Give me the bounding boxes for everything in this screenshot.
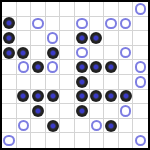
cell-r8c5[interactable] xyxy=(75,119,90,134)
white-pearl xyxy=(32,18,44,30)
cell-r0c4[interactable] xyxy=(60,2,75,17)
black-pearl xyxy=(3,47,15,59)
black-pearl xyxy=(76,90,88,102)
cell-r9c9[interactable] xyxy=(133,133,148,148)
cell-r4c0[interactable] xyxy=(2,60,17,75)
cell-r0c1[interactable] xyxy=(17,2,32,17)
cell-r9c3[interactable] xyxy=(46,133,61,148)
cell-r5c2[interactable] xyxy=(31,75,46,90)
cell-r7c9[interactable] xyxy=(133,104,148,119)
cell-r4c6[interactable] xyxy=(90,60,105,75)
cell-r8c3[interactable] xyxy=(46,119,61,134)
cell-r6c8[interactable] xyxy=(119,90,134,105)
black-pearl xyxy=(76,61,88,73)
cell-r0c5[interactable] xyxy=(75,2,90,17)
white-pearl xyxy=(76,18,88,30)
cell-r3c2[interactable] xyxy=(31,46,46,61)
cell-r0c7[interactable] xyxy=(104,2,119,17)
cell-r1c6[interactable] xyxy=(90,17,105,32)
cell-r9c1[interactable] xyxy=(17,133,32,148)
cell-r4c5[interactable] xyxy=(75,60,90,75)
cell-r8c0[interactable] xyxy=(2,119,17,134)
black-pearl xyxy=(76,32,88,44)
black-pearl xyxy=(120,90,132,102)
cell-r2c8[interactable] xyxy=(119,31,134,46)
cell-r7c8[interactable] xyxy=(119,104,134,119)
black-pearl xyxy=(17,90,29,102)
cell-r5c1[interactable] xyxy=(17,75,32,90)
cell-r2c0[interactable] xyxy=(2,31,17,46)
cell-r9c4[interactable] xyxy=(60,133,75,148)
cell-r6c7[interactable] xyxy=(104,90,119,105)
black-pearl xyxy=(47,120,59,132)
black-pearl xyxy=(32,61,44,73)
cell-r6c3[interactable] xyxy=(46,90,61,105)
black-pearl xyxy=(90,90,102,102)
black-pearl xyxy=(90,61,102,73)
cell-r5c7[interactable] xyxy=(104,75,119,90)
cell-r0c3[interactable] xyxy=(46,2,61,17)
cell-r2c7[interactable] xyxy=(104,31,119,46)
cell-r7c4[interactable] xyxy=(60,104,75,119)
cell-r4c7[interactable] xyxy=(104,60,119,75)
cell-r8c6[interactable] xyxy=(90,119,105,134)
black-pearl xyxy=(32,105,44,117)
black-pearl xyxy=(76,76,88,88)
cell-r2c1[interactable] xyxy=(17,31,32,46)
cell-r1c9[interactable] xyxy=(133,17,148,32)
cell-r2c3[interactable] xyxy=(46,31,61,46)
black-pearl xyxy=(90,32,102,44)
cell-r6c0[interactable] xyxy=(2,90,17,105)
cell-r4c9[interactable] xyxy=(133,60,148,75)
cell-r4c8[interactable] xyxy=(119,60,134,75)
white-pearl xyxy=(18,120,30,132)
cell-r7c7[interactable] xyxy=(104,104,119,119)
cell-r4c2[interactable] xyxy=(31,60,46,75)
black-pearl xyxy=(76,105,88,117)
cell-r6c6[interactable] xyxy=(90,90,105,105)
white-pearl xyxy=(3,135,15,147)
cell-r1c5[interactable] xyxy=(75,17,90,32)
cell-r6c4[interactable] xyxy=(60,90,75,105)
cell-r3c6[interactable] xyxy=(90,46,105,61)
cell-r7c6[interactable] xyxy=(90,104,105,119)
cell-r9c5[interactable] xyxy=(75,133,90,148)
white-pearl xyxy=(76,47,88,59)
cell-r7c1[interactable] xyxy=(17,104,32,119)
black-pearl xyxy=(17,47,29,59)
cell-r1c8[interactable] xyxy=(119,17,134,32)
cell-r3c4[interactable] xyxy=(60,46,75,61)
white-pearl xyxy=(135,3,147,15)
white-pearl xyxy=(120,18,132,30)
black-pearl xyxy=(105,90,117,102)
cell-r0c0[interactable] xyxy=(2,2,17,17)
black-pearl xyxy=(3,17,15,29)
cell-r3c7[interactable] xyxy=(104,46,119,61)
cell-r6c9[interactable] xyxy=(133,90,148,105)
cell-r1c7[interactable] xyxy=(104,17,119,32)
white-pearl xyxy=(120,105,132,117)
cell-r9c0[interactable] xyxy=(2,133,17,148)
black-pearl xyxy=(47,47,59,59)
black-pearl xyxy=(105,61,117,73)
cell-r9c7[interactable] xyxy=(104,133,119,148)
white-pearl xyxy=(47,32,59,44)
cell-r5c4[interactable] xyxy=(60,75,75,90)
cell-r9c2[interactable] xyxy=(31,133,46,148)
cell-r2c9[interactable] xyxy=(133,31,148,46)
black-pearl xyxy=(3,32,15,44)
cell-r5c6[interactable] xyxy=(90,75,105,90)
cell-r3c9[interactable] xyxy=(133,46,148,61)
cell-r2c2[interactable] xyxy=(31,31,46,46)
cell-r5c3[interactable] xyxy=(46,75,61,90)
cell-r8c8[interactable] xyxy=(119,119,134,134)
black-pearl xyxy=(32,90,44,102)
cell-r4c4[interactable] xyxy=(60,60,75,75)
cell-r1c4[interactable] xyxy=(60,17,75,32)
cell-r7c5[interactable] xyxy=(75,104,90,119)
cell-r4c3[interactable] xyxy=(46,60,61,75)
cell-r3c5[interactable] xyxy=(75,46,90,61)
cell-r1c3[interactable] xyxy=(46,17,61,32)
cell-r1c2[interactable] xyxy=(31,17,46,32)
cell-r8c9[interactable] xyxy=(133,119,148,134)
cell-r0c8[interactable] xyxy=(119,2,134,17)
cell-r7c2[interactable] xyxy=(31,104,46,119)
cell-r2c6[interactable] xyxy=(90,31,105,46)
cell-r3c1[interactable] xyxy=(17,46,32,61)
white-pearl xyxy=(135,61,147,73)
cell-r5c8[interactable] xyxy=(119,75,134,90)
white-pearl xyxy=(135,135,147,147)
cell-r9c6[interactable] xyxy=(90,133,105,148)
cell-r8c7[interactable] xyxy=(104,119,119,134)
cell-r0c9[interactable] xyxy=(133,2,148,17)
cell-r8c1[interactable] xyxy=(17,119,32,134)
cell-r9c8[interactable] xyxy=(119,133,134,148)
black-pearl xyxy=(47,90,59,102)
puzzle-board xyxy=(0,0,150,150)
cell-r0c2[interactable] xyxy=(31,2,46,17)
cell-r3c0[interactable] xyxy=(2,46,17,61)
cell-r4c1[interactable] xyxy=(17,60,32,75)
cell-r3c8[interactable] xyxy=(119,46,134,61)
cell-r2c5[interactable] xyxy=(75,31,90,46)
cell-r5c9[interactable] xyxy=(133,75,148,90)
cell-r5c5[interactable] xyxy=(75,75,90,90)
cell-r7c3[interactable] xyxy=(46,104,61,119)
white-pearl xyxy=(120,47,132,59)
black-pearl xyxy=(105,120,117,132)
cell-r1c0[interactable] xyxy=(2,17,17,32)
cell-r7c0[interactable] xyxy=(2,104,17,119)
white-pearl xyxy=(135,76,147,88)
white-pearl xyxy=(91,120,103,132)
cell-r6c5[interactable] xyxy=(75,90,90,105)
white-pearl xyxy=(105,18,117,30)
cell-r8c2[interactable] xyxy=(31,119,46,134)
cell-r8c4[interactable] xyxy=(60,119,75,134)
cell-r6c1[interactable] xyxy=(17,90,32,105)
cell-r2c4[interactable] xyxy=(60,31,75,46)
cell-r1c1[interactable] xyxy=(17,17,32,32)
cell-r5c0[interactable] xyxy=(2,75,17,90)
white-pearl xyxy=(18,61,30,73)
cell-r3c3[interactable] xyxy=(46,46,61,61)
cell-r6c2[interactable] xyxy=(31,90,46,105)
cell-r0c6[interactable] xyxy=(90,2,105,17)
white-pearl xyxy=(47,61,59,73)
